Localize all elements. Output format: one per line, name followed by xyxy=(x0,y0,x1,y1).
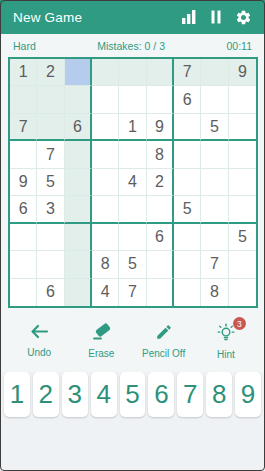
settings-icon[interactable] xyxy=(235,9,252,26)
eraser-icon xyxy=(90,323,112,345)
cell-r1c2[interactable]: 2 xyxy=(37,59,64,86)
cell-r1c5[interactable] xyxy=(119,59,146,86)
cell-r9c6[interactable] xyxy=(147,279,174,306)
cell-r8c8[interactable]: 7 xyxy=(201,251,228,278)
cell-r4c2[interactable]: 7 xyxy=(37,141,64,168)
cell-r5c4[interactable] xyxy=(92,169,119,196)
cell-r2c4[interactable] xyxy=(92,86,119,113)
cell-r9c1[interactable] xyxy=(10,279,37,306)
cell-r9c2[interactable]: 6 xyxy=(37,279,64,306)
hint-button[interactable]: 3 Hint xyxy=(204,323,248,360)
cell-r6c6[interactable] xyxy=(147,196,174,223)
cell-r5c8[interactable] xyxy=(201,169,228,196)
cell-r4c1[interactable] xyxy=(10,141,37,168)
cell-r7c5[interactable] xyxy=(119,224,146,251)
cell-r2c9[interactable] xyxy=(229,86,256,113)
cell-r8c5[interactable]: 5 xyxy=(119,251,146,278)
undo-icon xyxy=(29,323,49,344)
app-header: New Game xyxy=(0,0,265,34)
erase-label: Erase xyxy=(88,348,114,359)
cell-r4c5[interactable] xyxy=(119,141,146,168)
cell-r3c7[interactable] xyxy=(174,114,201,141)
cell-r3c1[interactable]: 7 xyxy=(10,114,37,141)
cell-r2c3[interactable] xyxy=(65,86,92,113)
app-root: New Game Hard xyxy=(0,0,265,471)
cell-r2c6[interactable] xyxy=(147,86,174,113)
cell-r6c2[interactable]: 3 xyxy=(37,196,64,223)
cell-r2c7[interactable]: 6 xyxy=(174,86,201,113)
cell-r6c9[interactable] xyxy=(229,196,256,223)
numpad-4[interactable]: 4 xyxy=(91,372,117,417)
cell-r1c8[interactable] xyxy=(201,59,228,86)
cell-r9c7[interactable] xyxy=(174,279,201,306)
page-title: New Game xyxy=(13,10,82,25)
cell-r4c4[interactable] xyxy=(92,141,119,168)
cell-r3c2[interactable] xyxy=(37,114,64,141)
cell-r2c2[interactable] xyxy=(37,86,64,113)
cell-r6c3[interactable] xyxy=(65,196,92,223)
cell-r5c2[interactable]: 5 xyxy=(37,169,64,196)
cell-r7c4[interactable] xyxy=(92,224,119,251)
mistakes-label: Mistakes: 0 / 3 xyxy=(97,40,165,52)
cell-r1c1[interactable]: 1 xyxy=(10,59,37,86)
undo-button[interactable]: Undo xyxy=(17,323,61,358)
erase-button[interactable]: Erase xyxy=(79,323,123,359)
cell-r4c7[interactable] xyxy=(174,141,201,168)
cell-r7c7[interactable] xyxy=(174,224,201,251)
cell-r5c7[interactable] xyxy=(174,169,201,196)
pencil-icon xyxy=(155,323,173,345)
cell-r1c7[interactable]: 7 xyxy=(174,59,201,86)
cell-r5c6[interactable]: 2 xyxy=(147,169,174,196)
cell-r6c7[interactable]: 5 xyxy=(174,196,201,223)
cell-r7c2[interactable] xyxy=(37,224,64,251)
cell-r3c5[interactable]: 1 xyxy=(119,114,146,141)
cell-r3c6[interactable]: 9 xyxy=(147,114,174,141)
cell-r4c6[interactable]: 8 xyxy=(147,141,174,168)
cell-r8c1[interactable] xyxy=(10,251,37,278)
header-icons xyxy=(181,9,252,26)
controls-bar: Undo Erase Pencil Off 3 xyxy=(0,308,265,372)
cell-r8c9[interactable] xyxy=(229,251,256,278)
hint-label: Hint xyxy=(217,349,235,360)
timer-label: 00:11 xyxy=(227,40,253,52)
cell-r9c3[interactable] xyxy=(65,279,92,306)
cell-r5c9[interactable] xyxy=(229,169,256,196)
cell-r9c5[interactable]: 7 xyxy=(119,279,146,306)
cell-r9c8[interactable]: 8 xyxy=(201,279,228,306)
cell-r4c9[interactable] xyxy=(229,141,256,168)
cell-r1c6[interactable] xyxy=(147,59,174,86)
cell-r4c3[interactable] xyxy=(65,141,92,168)
numpad-8[interactable]: 8 xyxy=(206,372,232,417)
cell-r3c3[interactable]: 6 xyxy=(65,114,92,141)
cell-r5c5[interactable]: 4 xyxy=(119,169,146,196)
numpad-1[interactable]: 1 xyxy=(4,372,30,417)
pause-icon[interactable] xyxy=(211,10,221,24)
cell-r5c1[interactable]: 9 xyxy=(10,169,37,196)
difficulty-label: Hard xyxy=(13,40,36,52)
cell-r8c7[interactable] xyxy=(174,251,201,278)
cell-r6c4[interactable] xyxy=(92,196,119,223)
cell-r8c2[interactable] xyxy=(37,251,64,278)
cell-r2c8[interactable] xyxy=(201,86,228,113)
cell-r6c1[interactable]: 6 xyxy=(10,196,37,223)
numpad-9[interactable]: 9 xyxy=(235,372,261,417)
numpad: 123456789 xyxy=(4,372,261,417)
stats-icon[interactable] xyxy=(181,10,197,24)
cell-r6c8[interactable] xyxy=(201,196,228,223)
cell-r7c8[interactable] xyxy=(201,224,228,251)
cell-r7c9[interactable]: 5 xyxy=(229,224,256,251)
cell-r1c9[interactable]: 9 xyxy=(229,59,256,86)
numpad-3[interactable]: 3 xyxy=(62,372,88,417)
info-bar: Hard Mistakes: 0 / 3 00:11 xyxy=(0,34,265,57)
cell-r9c9[interactable] xyxy=(229,279,256,306)
numpad-section: 123456789 xyxy=(0,372,265,471)
pencil-button[interactable]: Pencil Off xyxy=(142,323,186,359)
numpad-2[interactable]: 2 xyxy=(33,372,59,417)
undo-label: Undo xyxy=(27,347,51,358)
cell-r3c9[interactable] xyxy=(229,114,256,141)
cell-r5c3[interactable] xyxy=(65,169,92,196)
cell-r4c8[interactable] xyxy=(201,141,228,168)
cell-r6c5[interactable] xyxy=(119,196,146,223)
cell-r2c5[interactable] xyxy=(119,86,146,113)
cell-r3c4[interactable] xyxy=(92,114,119,141)
cell-r8c4[interactable]: 8 xyxy=(92,251,119,278)
numpad-5[interactable]: 5 xyxy=(120,372,146,417)
hint-badge: 3 xyxy=(233,317,246,330)
cell-r9c4[interactable]: 4 xyxy=(92,279,119,306)
numpad-7[interactable]: 7 xyxy=(177,372,203,417)
numpad-6[interactable]: 6 xyxy=(148,372,174,417)
cell-r8c6[interactable] xyxy=(147,251,174,278)
cell-r1c4[interactable] xyxy=(92,59,119,86)
cell-r2c1[interactable] xyxy=(10,86,37,113)
cell-r1c3[interactable] xyxy=(65,59,92,86)
cell-r7c1[interactable] xyxy=(10,224,37,251)
cell-r7c3[interactable] xyxy=(65,224,92,251)
pencil-label: Pencil Off xyxy=(142,348,185,359)
cell-r3c8[interactable]: 5 xyxy=(201,114,228,141)
cell-r7c6[interactable]: 6 xyxy=(147,224,174,251)
cell-r8c3[interactable] xyxy=(65,251,92,278)
sudoku-board: 1279676195789542635658576478 xyxy=(8,57,258,308)
